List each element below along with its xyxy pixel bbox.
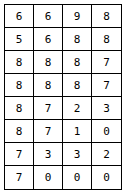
- grid-cell-r1c2: 8: [63, 28, 92, 51]
- grid-cell-r2c2: 8: [63, 51, 92, 74]
- grid-cell-r2c0: 8: [5, 51, 34, 74]
- grid-cell-r6c0: 7: [5, 143, 34, 166]
- grid-cell-r5c3: 0: [92, 120, 121, 143]
- grid-cell-r7c0: 7: [5, 166, 34, 189]
- grid-cell-r3c3: 7: [92, 74, 121, 97]
- grid-cell-r1c1: 6: [34, 28, 63, 51]
- grid-cell-r0c1: 6: [34, 5, 63, 28]
- grid-cell-r1c0: 5: [5, 28, 34, 51]
- grid-cell-r6c3: 2: [92, 143, 121, 166]
- grid-cell-r4c2: 2: [63, 97, 92, 120]
- grid-cell-r1c3: 8: [92, 28, 121, 51]
- grid-cell-r6c2: 3: [63, 143, 92, 166]
- grid-cell-r7c2: 0: [63, 166, 92, 189]
- grid-cell-r3c0: 8: [5, 74, 34, 97]
- grid-cell-r0c0: 6: [5, 5, 34, 28]
- grid-cell-r7c3: 0: [92, 166, 121, 189]
- grid-cell-r3c2: 8: [63, 74, 92, 97]
- grid-cell-r0c3: 8: [92, 5, 121, 28]
- grid-cell-r5c0: 8: [5, 120, 34, 143]
- grid-cell-r4c0: 8: [5, 97, 34, 120]
- grid-cell-r2c1: 8: [34, 51, 63, 74]
- grid-cell-r4c1: 7: [34, 97, 63, 120]
- number-grid-board: 6 6 9 8 5 6 8 8 8 8 8 7 8 8 8 7 8 7 2 3 …: [4, 4, 122, 190]
- grid-cell-r3c1: 8: [34, 74, 63, 97]
- grid-cell-r2c3: 7: [92, 51, 121, 74]
- grid-cell-r6c1: 3: [34, 143, 63, 166]
- grid-cell-r7c1: 0: [34, 166, 63, 189]
- grid-cell-r5c1: 7: [34, 120, 63, 143]
- grid-cell-r0c2: 9: [63, 5, 92, 28]
- grid-cell-r4c3: 3: [92, 97, 121, 120]
- grid-cell-r5c2: 1: [63, 120, 92, 143]
